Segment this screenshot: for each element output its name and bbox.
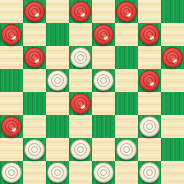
white-piece[interactable] — [47, 162, 68, 183]
white-piece[interactable] — [139, 162, 160, 183]
board-square-light — [23, 115, 46, 138]
board-square-light — [161, 161, 184, 184]
board-square-dark[interactable] — [46, 23, 69, 46]
board-square-light — [115, 115, 138, 138]
white-piece[interactable] — [70, 139, 91, 160]
board-square-dark[interactable] — [92, 23, 115, 46]
board-square-dark[interactable] — [0, 115, 23, 138]
red-piece[interactable] — [93, 24, 114, 45]
board-square-dark[interactable] — [69, 92, 92, 115]
board-square-dark[interactable] — [46, 115, 69, 138]
board-square-light — [115, 69, 138, 92]
board-square-light — [0, 138, 23, 161]
board-square-light — [46, 46, 69, 69]
board-square-dark[interactable] — [115, 138, 138, 161]
white-piece[interactable] — [47, 70, 68, 91]
board-square-light — [69, 23, 92, 46]
board-square-light — [0, 0, 23, 23]
board-square-dark[interactable] — [46, 161, 69, 184]
red-piece[interactable] — [24, 47, 45, 68]
board-square-light — [138, 92, 161, 115]
board-square-dark[interactable] — [23, 138, 46, 161]
white-piece[interactable] — [93, 162, 114, 183]
board-square-light — [115, 161, 138, 184]
board-square-dark[interactable] — [69, 0, 92, 23]
red-piece[interactable] — [116, 1, 137, 22]
board-square-dark[interactable] — [92, 115, 115, 138]
board-square-dark[interactable] — [0, 161, 23, 184]
red-piece[interactable] — [24, 1, 45, 22]
board-square-dark[interactable] — [161, 0, 184, 23]
board-square-dark[interactable] — [23, 0, 46, 23]
board-square-dark[interactable] — [92, 69, 115, 92]
board-square-dark[interactable] — [115, 92, 138, 115]
white-piece[interactable] — [1, 162, 22, 183]
board-square-light — [161, 69, 184, 92]
board-square-dark[interactable] — [138, 23, 161, 46]
board-square-dark[interactable] — [138, 161, 161, 184]
board-square-light — [23, 69, 46, 92]
board-square-light — [115, 23, 138, 46]
board-square-dark[interactable] — [92, 161, 115, 184]
board-square-light — [0, 92, 23, 115]
board-square-light — [46, 0, 69, 23]
board-square-dark[interactable] — [138, 115, 161, 138]
board-square-light — [23, 161, 46, 184]
board-square-dark[interactable] — [115, 0, 138, 23]
board-square-light — [46, 138, 69, 161]
board-square-dark[interactable] — [69, 46, 92, 69]
white-piece[interactable] — [139, 116, 160, 137]
board-square-dark[interactable] — [161, 92, 184, 115]
board-square-dark[interactable] — [0, 23, 23, 46]
board-square-light — [92, 92, 115, 115]
board-square-light — [46, 92, 69, 115]
board-square-light — [138, 138, 161, 161]
red-piece[interactable] — [139, 70, 160, 91]
red-piece[interactable] — [1, 24, 22, 45]
board-square-dark[interactable] — [161, 46, 184, 69]
board-square-light — [23, 23, 46, 46]
board-square-light — [92, 46, 115, 69]
red-piece[interactable] — [70, 1, 91, 22]
white-piece[interactable] — [70, 47, 91, 68]
board-square-dark[interactable] — [0, 69, 23, 92]
board-square-light — [92, 138, 115, 161]
board-square-dark[interactable] — [23, 46, 46, 69]
board-square-dark[interactable] — [161, 138, 184, 161]
board-square-light — [138, 0, 161, 23]
checkers-board — [0, 0, 184, 184]
board-square-light — [69, 115, 92, 138]
board-square-light — [161, 115, 184, 138]
board-square-light — [161, 23, 184, 46]
board-square-dark[interactable] — [69, 138, 92, 161]
white-piece[interactable] — [93, 70, 114, 91]
white-piece[interactable] — [24, 139, 45, 160]
board-square-dark[interactable] — [46, 69, 69, 92]
red-piece[interactable] — [1, 116, 22, 137]
board-square-light — [69, 69, 92, 92]
red-piece[interactable] — [162, 47, 183, 68]
board-square-light — [138, 46, 161, 69]
board-square-light — [69, 161, 92, 184]
board-square-light — [92, 0, 115, 23]
board-square-dark[interactable] — [115, 46, 138, 69]
board-square-light — [0, 46, 23, 69]
red-piece[interactable] — [139, 24, 160, 45]
red-piece[interactable] — [70, 93, 91, 114]
board-square-dark[interactable] — [138, 69, 161, 92]
white-piece[interactable] — [116, 139, 137, 160]
board-square-dark[interactable] — [23, 92, 46, 115]
